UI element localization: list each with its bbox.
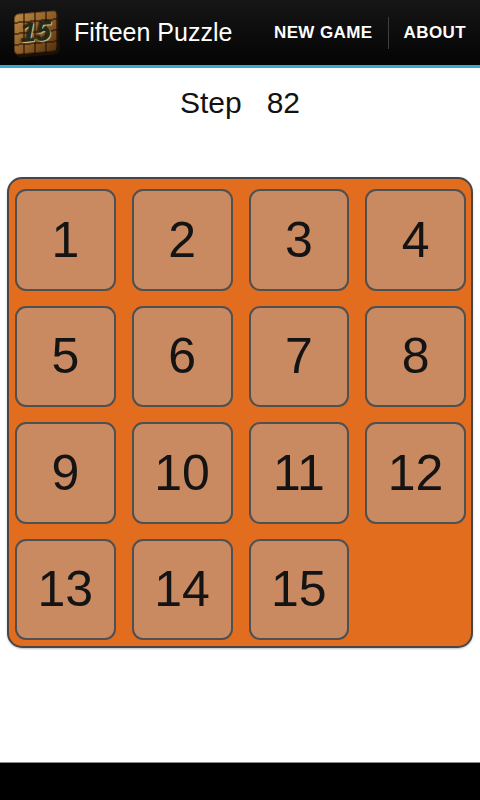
tile-2[interactable]: 2	[132, 189, 233, 291]
tile-9[interactable]: 9	[15, 422, 116, 524]
tile-3[interactable]: 3	[249, 189, 350, 291]
fifteen-puzzle-app-icon: 15	[10, 7, 62, 57]
empty-cell	[365, 539, 466, 641]
app-icon-board: 15	[14, 10, 58, 55]
app-icon-15-glyph: 15	[21, 17, 51, 47]
main-content: Step 82 123456789101112131415	[0, 84, 480, 648]
tile-4[interactable]: 4	[365, 189, 466, 291]
tile-5[interactable]: 5	[15, 306, 116, 408]
tile-13[interactable]: 13	[15, 539, 116, 641]
action-bar-menu: NEW GAME ABOUT	[259, 0, 480, 65]
tile-12[interactable]: 12	[365, 422, 466, 524]
app-title: Fifteen Puzzle	[74, 18, 232, 47]
new-game-button[interactable]: NEW GAME	[259, 0, 388, 65]
app-screen: 15 Fifteen Puzzle NEW GAME ABOUT Step 82…	[0, 0, 480, 800]
tile-7[interactable]: 7	[249, 306, 350, 408]
tile-10[interactable]: 10	[132, 422, 233, 524]
tile-1[interactable]: 1	[15, 189, 116, 291]
step-label: Step	[180, 84, 242, 121]
accent-divider	[0, 65, 480, 68]
tile-14[interactable]: 14	[132, 539, 233, 641]
puzzle-board: 123456789101112131415	[7, 177, 473, 648]
tile-6[interactable]: 6	[132, 306, 233, 408]
action-bar: 15 Fifteen Puzzle NEW GAME ABOUT	[0, 0, 480, 65]
about-button[interactable]: ABOUT	[389, 0, 480, 65]
tile-8[interactable]: 8	[365, 306, 466, 408]
tile-15[interactable]: 15	[249, 539, 350, 641]
step-counter: Step 82	[0, 84, 480, 121]
tile-11[interactable]: 11	[249, 422, 350, 524]
navigation-bar	[0, 762, 480, 800]
step-value: 82	[267, 84, 300, 121]
